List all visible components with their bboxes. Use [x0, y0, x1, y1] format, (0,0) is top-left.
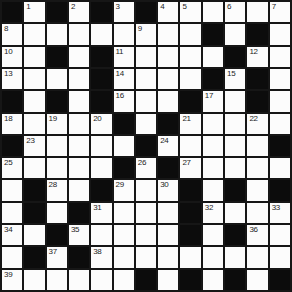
- crossword-board: 1234567891011121314151617181920212223242…: [0, 0, 292, 292]
- letter-cell[interactable]: [158, 247, 178, 267]
- letter-cell[interactable]: [136, 114, 156, 134]
- block-cell: [158, 158, 178, 178]
- letter-cell[interactable]: [203, 114, 223, 134]
- block-cell: [136, 270, 156, 290]
- block-cell: [91, 47, 111, 67]
- letter-cell[interactable]: [114, 24, 134, 44]
- letter-cell[interactable]: [47, 24, 67, 44]
- letter-cell[interactable]: [203, 247, 223, 267]
- block-cell: [136, 2, 156, 22]
- block-cell: [24, 180, 44, 200]
- letter-cell[interactable]: 5: [180, 2, 200, 22]
- letter-cell[interactable]: [225, 91, 245, 111]
- letter-cell[interactable]: 18: [2, 114, 22, 134]
- letter-cell[interactable]: [91, 270, 111, 290]
- clue-number: 21: [182, 114, 190, 123]
- letter-cell[interactable]: 10: [2, 47, 22, 67]
- letter-cell[interactable]: 16: [114, 91, 134, 111]
- clue-number: 36: [249, 225, 257, 234]
- letter-cell[interactable]: 9: [136, 24, 156, 44]
- letter-cell[interactable]: 6: [225, 2, 245, 22]
- letter-cell[interactable]: [180, 247, 200, 267]
- block-cell: [158, 114, 178, 134]
- clue-number: 38: [93, 247, 101, 256]
- letter-cell[interactable]: 2: [69, 2, 89, 22]
- clue-number: 24: [160, 136, 168, 145]
- letter-cell[interactable]: [270, 91, 290, 111]
- letter-cell[interactable]: 30: [158, 180, 178, 200]
- clue-number: 9: [138, 24, 142, 33]
- letter-cell[interactable]: 39: [2, 270, 22, 290]
- clue-number: 34: [4, 225, 12, 234]
- clue-number: 20: [93, 114, 101, 123]
- block-cell: [47, 47, 67, 67]
- clue-number: 25: [4, 158, 12, 167]
- letter-cell[interactable]: [114, 136, 134, 156]
- block-cell: [203, 69, 223, 89]
- letter-cell[interactable]: [270, 247, 290, 267]
- clue-number: 8: [4, 24, 8, 33]
- letter-cell[interactable]: 33: [270, 203, 290, 223]
- clue-number: 15: [227, 69, 235, 78]
- letter-cell[interactable]: [47, 69, 67, 89]
- block-cell: [247, 24, 267, 44]
- letter-cell[interactable]: 24: [158, 136, 178, 156]
- letter-cell[interactable]: [203, 180, 223, 200]
- clue-number: 19: [49, 114, 57, 123]
- letter-cell[interactable]: [47, 158, 67, 178]
- letter-cell[interactable]: [158, 47, 178, 67]
- letter-cell[interactable]: [158, 24, 178, 44]
- block-cell: [270, 180, 290, 200]
- letter-cell[interactable]: [270, 158, 290, 178]
- clue-number: 4: [160, 2, 164, 11]
- letter-cell[interactable]: 37: [47, 247, 67, 267]
- clue-number: 16: [116, 91, 124, 100]
- letter-cell[interactable]: [47, 136, 67, 156]
- clue-number: 30: [160, 180, 168, 189]
- letter-cell[interactable]: 22: [247, 114, 267, 134]
- block-cell: [91, 180, 111, 200]
- block-cell: [114, 158, 134, 178]
- letter-cell[interactable]: [114, 270, 134, 290]
- letter-cell[interactable]: [114, 203, 134, 223]
- letter-cell[interactable]: [136, 47, 156, 67]
- clue-number: 32: [205, 203, 213, 212]
- clue-number: 11: [116, 47, 124, 56]
- letter-cell[interactable]: 7: [270, 2, 290, 22]
- letter-cell[interactable]: 38: [91, 247, 111, 267]
- letter-cell[interactable]: [203, 225, 223, 245]
- clue-number: 39: [4, 270, 12, 279]
- letter-cell[interactable]: [247, 2, 267, 22]
- letter-cell[interactable]: [69, 158, 89, 178]
- letter-cell[interactable]: [136, 91, 156, 111]
- clue-number: 26: [138, 158, 146, 167]
- block-cell: [47, 91, 67, 111]
- letter-cell[interactable]: 34: [2, 225, 22, 245]
- letter-cell[interactable]: [2, 180, 22, 200]
- letter-cell[interactable]: [180, 69, 200, 89]
- clue-number: 17: [205, 91, 213, 100]
- block-cell: [91, 2, 111, 22]
- letter-cell[interactable]: 25: [2, 158, 22, 178]
- block-cell: [225, 270, 245, 290]
- clue-number: 1: [26, 2, 30, 11]
- clue-number: 29: [116, 180, 124, 189]
- letter-cell[interactable]: [158, 270, 178, 290]
- block-cell: [180, 180, 200, 200]
- letter-cell[interactable]: [91, 225, 111, 245]
- block-cell: [47, 225, 67, 245]
- letter-cell[interactable]: [69, 69, 89, 89]
- letter-cell[interactable]: [158, 225, 178, 245]
- letter-cell[interactable]: 35: [69, 225, 89, 245]
- letter-cell[interactable]: [24, 47, 44, 67]
- block-cell: [114, 114, 134, 134]
- letter-cell[interactable]: 21: [180, 114, 200, 134]
- letter-cell[interactable]: 17: [203, 91, 223, 111]
- letter-cell[interactable]: [24, 270, 44, 290]
- letter-cell[interactable]: [136, 180, 156, 200]
- letter-cell[interactable]: 8: [2, 24, 22, 44]
- letter-cell[interactable]: 27: [180, 158, 200, 178]
- block-cell: [2, 91, 22, 111]
- letter-cell[interactable]: [69, 47, 89, 67]
- letter-cell[interactable]: [2, 247, 22, 267]
- block-cell: [270, 136, 290, 156]
- letter-cell[interactable]: [247, 158, 267, 178]
- letter-cell[interactable]: 4: [158, 2, 178, 22]
- block-cell: [225, 225, 245, 245]
- letter-cell[interactable]: [225, 24, 245, 44]
- letter-cell[interactable]: [136, 69, 156, 89]
- letter-cell[interactable]: [203, 2, 223, 22]
- letter-cell[interactable]: [136, 225, 156, 245]
- clue-number: 13: [4, 69, 12, 78]
- block-cell: [180, 270, 200, 290]
- clue-number: 22: [249, 114, 257, 123]
- clue-number: 37: [49, 247, 57, 256]
- clue-number: 2: [71, 2, 75, 11]
- clue-number: 12: [249, 47, 257, 56]
- clue-number: 35: [71, 225, 79, 234]
- letter-cell[interactable]: [270, 114, 290, 134]
- letter-cell[interactable]: 28: [47, 180, 67, 200]
- letter-cell[interactable]: [24, 114, 44, 134]
- block-cell: [24, 203, 44, 223]
- block-cell: [136, 136, 156, 156]
- clue-number: 3: [116, 2, 120, 11]
- clue-number: 14: [116, 69, 124, 78]
- letter-cell[interactable]: [247, 247, 267, 267]
- letter-cell[interactable]: [203, 47, 223, 67]
- letter-cell[interactable]: 1: [24, 2, 44, 22]
- letter-cell[interactable]: [180, 47, 200, 67]
- letter-cell[interactable]: [2, 203, 22, 223]
- letter-cell[interactable]: [47, 270, 67, 290]
- letter-cell[interactable]: [47, 203, 67, 223]
- letter-cell[interactable]: [203, 270, 223, 290]
- letter-cell[interactable]: [69, 180, 89, 200]
- letter-cell[interactable]: [180, 24, 200, 44]
- letter-cell[interactable]: [91, 158, 111, 178]
- clue-number: 27: [182, 158, 190, 167]
- letter-cell[interactable]: 14: [114, 69, 134, 89]
- block-cell: [225, 180, 245, 200]
- block-cell: [180, 91, 200, 111]
- block-cell: [225, 47, 245, 67]
- block-cell: [247, 91, 267, 111]
- letter-cell[interactable]: 3: [114, 2, 134, 22]
- letter-cell[interactable]: [91, 136, 111, 156]
- block-cell: [2, 136, 22, 156]
- letter-cell[interactable]: [69, 270, 89, 290]
- letter-cell[interactable]: [180, 136, 200, 156]
- letter-cell[interactable]: [225, 247, 245, 267]
- letter-cell[interactable]: [24, 91, 44, 111]
- letter-cell[interactable]: 31: [91, 203, 111, 223]
- letter-cell[interactable]: [247, 180, 267, 200]
- letter-cell[interactable]: [203, 158, 223, 178]
- block-cell: [270, 270, 290, 290]
- letter-cell[interactable]: [114, 247, 134, 267]
- letter-cell[interactable]: [24, 158, 44, 178]
- letter-cell[interactable]: 26: [136, 158, 156, 178]
- letter-cell[interactable]: [203, 136, 223, 156]
- letter-cell[interactable]: [270, 225, 290, 245]
- clue-number: 28: [49, 180, 57, 189]
- letter-cell[interactable]: [158, 203, 178, 223]
- letter-cell[interactable]: [136, 247, 156, 267]
- clue-number: 6: [227, 2, 231, 11]
- letter-cell[interactable]: [91, 24, 111, 44]
- block-cell: [91, 91, 111, 111]
- block-cell: [24, 247, 44, 267]
- letter-cell[interactable]: 12: [247, 47, 267, 67]
- clue-number: 7: [272, 2, 276, 11]
- block-cell: [247, 69, 267, 89]
- clue-number: 31: [93, 203, 101, 212]
- letter-cell[interactable]: [247, 136, 267, 156]
- block-cell: [203, 24, 223, 44]
- clue-number: 10: [4, 47, 12, 56]
- letter-cell[interactable]: [69, 24, 89, 44]
- block-cell: [69, 247, 89, 267]
- letter-cell[interactable]: 13: [2, 69, 22, 89]
- clue-number: 5: [182, 2, 186, 11]
- letter-cell[interactable]: [225, 203, 245, 223]
- letter-cell[interactable]: [24, 69, 44, 89]
- letter-cell[interactable]: [69, 114, 89, 134]
- letter-cell[interactable]: [158, 69, 178, 89]
- letter-cell[interactable]: [247, 270, 267, 290]
- clue-number: 33: [272, 203, 280, 212]
- letter-cell[interactable]: [69, 136, 89, 156]
- block-cell: [2, 2, 22, 22]
- letter-cell[interactable]: 15: [225, 69, 245, 89]
- letter-cell[interactable]: [270, 47, 290, 67]
- clue-number: 18: [4, 114, 12, 123]
- letter-cell[interactable]: [24, 24, 44, 44]
- letter-cell[interactable]: [225, 136, 245, 156]
- letter-cell[interactable]: [24, 225, 44, 245]
- letter-cell[interactable]: [225, 114, 245, 134]
- block-cell: [180, 203, 200, 223]
- letter-cell[interactable]: [114, 225, 134, 245]
- block-cell: [180, 225, 200, 245]
- letter-cell[interactable]: 23: [24, 136, 44, 156]
- block-cell: [69, 203, 89, 223]
- clue-number: 23: [26, 136, 34, 145]
- letter-cell[interactable]: [270, 69, 290, 89]
- letter-cell[interactable]: [69, 91, 89, 111]
- letter-cell[interactable]: [136, 203, 156, 223]
- letter-cell[interactable]: 36: [247, 225, 267, 245]
- letter-cell[interactable]: 32: [203, 203, 223, 223]
- letter-cell[interactable]: [158, 91, 178, 111]
- letter-cell[interactable]: [270, 24, 290, 44]
- letter-cell[interactable]: 29: [114, 180, 134, 200]
- block-cell: [47, 2, 67, 22]
- letter-cell[interactable]: 19: [47, 114, 67, 134]
- letter-cell[interactable]: [225, 158, 245, 178]
- letter-cell[interactable]: [247, 203, 267, 223]
- letter-cell[interactable]: 11: [114, 47, 134, 67]
- block-cell: [91, 69, 111, 89]
- letter-cell[interactable]: 20: [91, 114, 111, 134]
